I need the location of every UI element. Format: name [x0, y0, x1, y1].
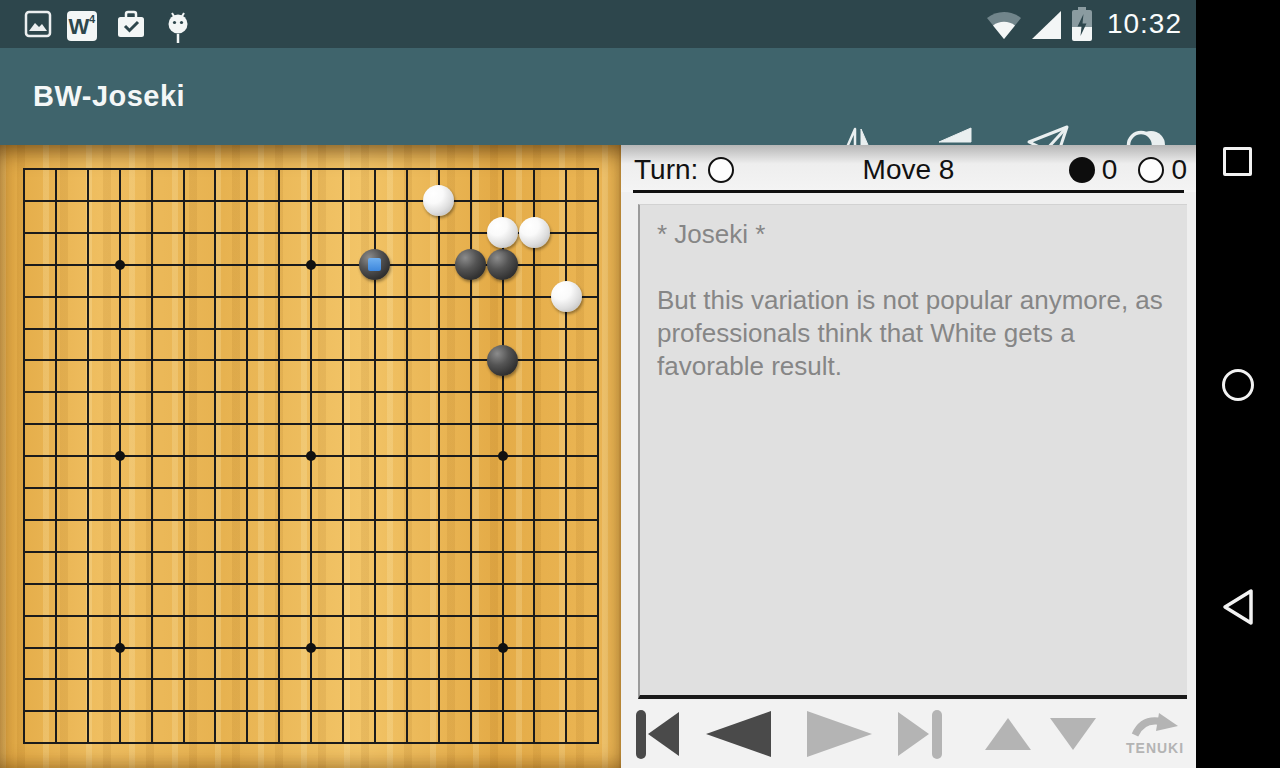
grid-line-h: [23, 487, 599, 489]
grid-line-v: [565, 168, 567, 744]
info-panel: Turn: Move 8 0 0 * Joseki * But this var…: [621, 145, 1196, 768]
game-status-header: Turn: Move 8 0 0: [621, 145, 1196, 192]
tenuki-button[interactable]: TENUKI: [1126, 700, 1184, 768]
grid-line-h: [23, 615, 599, 617]
battery-charging-icon: [1070, 7, 1094, 43]
next-button[interactable]: [807, 700, 872, 768]
white-captures-count: 0: [1171, 154, 1187, 186]
variation-down-icon: [1050, 718, 1096, 750]
variation-down-button[interactable]: [1050, 700, 1096, 768]
captures: 0 0: [1069, 154, 1187, 186]
tenuki-arrow-icon: [1129, 713, 1181, 739]
black-captures-icon: [1069, 157, 1095, 183]
grid-line-v: [342, 168, 344, 744]
grid-line-v: [533, 168, 535, 744]
screen: W 4 10:32: [0, 0, 1280, 768]
stone-black-P16: [455, 249, 486, 280]
first-triangle-icon: [648, 712, 679, 756]
grid-line-h: [23, 742, 599, 744]
stone-black-Q16: [487, 249, 518, 280]
star-point: [115, 451, 125, 461]
prev-triangle-icon: [706, 711, 771, 757]
variation-up-button[interactable]: [985, 700, 1031, 768]
stone-white-Q17: [487, 217, 518, 248]
grid-line-h: [23, 583, 599, 585]
first-bar-icon: [636, 710, 646, 759]
svg-text:W: W: [69, 14, 90, 39]
comment-area[interactable]: * Joseki * But this variation is not pop…: [638, 204, 1187, 699]
android-lollipop-icon: [164, 10, 192, 44]
black-captures-count: 0: [1102, 154, 1118, 186]
variation-up-icon: [985, 718, 1031, 750]
grid-line-h: [23, 519, 599, 521]
star-point: [498, 643, 508, 653]
star-point: [306, 451, 316, 461]
status-bar: W 4 10:32: [0, 0, 1196, 48]
svg-text:4: 4: [89, 13, 96, 25]
grid-line-v: [406, 168, 408, 744]
go-board[interactable]: [0, 145, 621, 768]
star-point: [306, 643, 316, 653]
last-move-marker: [368, 258, 381, 271]
cell-signal-icon: [1030, 10, 1062, 40]
white-captures-icon: [1138, 157, 1164, 183]
star-point: [115, 260, 125, 270]
nav-bar: [1196, 0, 1280, 768]
first-button[interactable]: [636, 700, 679, 768]
grid-line-v: [597, 168, 599, 744]
wifi-icon: [986, 10, 1022, 40]
app-title: BW-Joseki: [33, 80, 185, 113]
star-point: [498, 451, 508, 461]
grid-line-h: [23, 710, 599, 712]
last-button[interactable]: [898, 700, 942, 768]
comment-title: * Joseki *: [657, 218, 1173, 251]
image-notification-icon: [24, 10, 52, 38]
stone-white-O18: [423, 185, 454, 216]
work-profile-check-icon: [116, 10, 146, 40]
home-circle-icon[interactable]: [1222, 369, 1254, 401]
control-bar: TENUKI: [621, 700, 1196, 768]
stone-white-R17: [519, 217, 550, 248]
last-bar-icon: [932, 710, 942, 759]
grid-line-v: [438, 168, 440, 744]
comment-body: But this variation is not popular anymor…: [657, 284, 1173, 383]
back-triangle-icon[interactable]: [1218, 586, 1256, 628]
clock: 10:32: [1107, 8, 1182, 40]
header-divider: [633, 190, 1184, 193]
grid-line-h: [23, 551, 599, 553]
last-triangle-icon: [898, 712, 929, 756]
star-point: [115, 643, 125, 653]
action-bar: BW-Joseki: [0, 48, 1196, 145]
star-point: [306, 260, 316, 270]
tenuki-label: TENUKI: [1126, 740, 1184, 756]
next-triangle-icon: [807, 711, 872, 757]
stone-white-S15: [551, 281, 582, 312]
stone-black-M16: [359, 249, 390, 280]
prev-button[interactable]: [706, 700, 771, 768]
stone-black-Q13: [487, 345, 518, 376]
grid-line-h: [23, 678, 599, 680]
w4-app-icon: W 4: [66, 10, 98, 42]
recents-square-icon[interactable]: [1223, 147, 1252, 176]
